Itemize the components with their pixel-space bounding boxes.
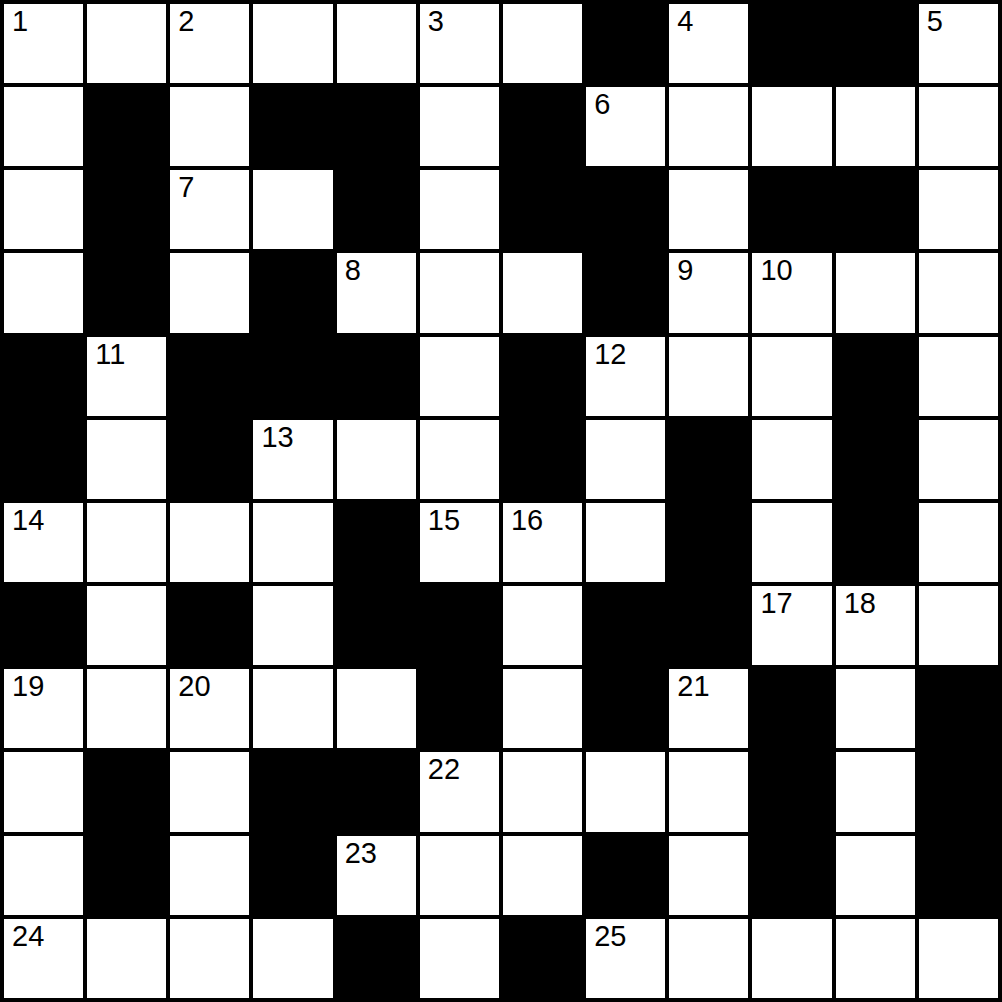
- cell-r0c11[interactable]: 5: [917, 2, 1000, 85]
- cell-r6c2[interactable]: [168, 501, 251, 584]
- cell-r10c2[interactable]: [168, 834, 251, 917]
- clue-number-23: 23: [345, 837, 377, 870]
- black-cell-r8c7: [584, 667, 667, 750]
- cell-r7c6[interactable]: [501, 584, 584, 667]
- cell-r3c9[interactable]: 10: [750, 251, 833, 334]
- cell-r2c2[interactable]: 7: [168, 168, 251, 251]
- cell-r3c4[interactable]: 8: [335, 251, 418, 334]
- black-cell-r8c11: [917, 667, 1000, 750]
- clue-number-24: 24: [12, 920, 44, 953]
- clue-number-18: 18: [844, 587, 876, 620]
- black-cell-r0c9: [750, 2, 833, 85]
- black-cell-r9c3: [251, 750, 334, 833]
- black-cell-r4c0: [2, 335, 85, 418]
- black-cell-r10c7: [584, 834, 667, 917]
- black-cell-r9c11: [917, 750, 1000, 833]
- cell-r1c0[interactable]: [2, 85, 85, 168]
- black-cell-r7c0: [2, 584, 85, 667]
- cell-r7c9[interactable]: 17: [750, 584, 833, 667]
- black-cell-r7c7: [584, 584, 667, 667]
- black-cell-r10c11: [917, 834, 1000, 917]
- cell-r1c7[interactable]: 6: [584, 85, 667, 168]
- black-cell-r9c4: [335, 750, 418, 833]
- cell-r6c3[interactable]: [251, 501, 334, 584]
- cell-r11c7[interactable]: 25: [584, 917, 667, 1000]
- cell-r2c8[interactable]: [667, 168, 750, 251]
- black-cell-r11c4: [335, 917, 418, 1000]
- cell-r4c9[interactable]: [750, 335, 833, 418]
- cell-r9c5[interactable]: 22: [418, 750, 501, 833]
- black-cell-r5c2: [168, 418, 251, 501]
- cell-r11c0[interactable]: 24: [2, 917, 85, 1000]
- cell-r3c11[interactable]: [917, 251, 1000, 334]
- cell-r9c8[interactable]: [667, 750, 750, 833]
- cell-r11c8[interactable]: [667, 917, 750, 1000]
- cell-r5c4[interactable]: [335, 418, 418, 501]
- cell-r8c1[interactable]: [85, 667, 168, 750]
- cell-r2c11[interactable]: [917, 168, 1000, 251]
- cell-r0c2[interactable]: 2: [168, 2, 251, 85]
- cell-r5c11[interactable]: [917, 418, 1000, 501]
- cell-r5c7[interactable]: [584, 418, 667, 501]
- black-cell-r4c4: [335, 335, 418, 418]
- cell-r5c3[interactable]: 13: [251, 418, 334, 501]
- black-cell-r0c10: [834, 2, 917, 85]
- cell-r11c2[interactable]: [168, 917, 251, 1000]
- clue-number-15: 15: [428, 504, 460, 537]
- cell-r8c2[interactable]: 20: [168, 667, 251, 750]
- black-cell-r5c6: [501, 418, 584, 501]
- cell-r8c0[interactable]: 19: [2, 667, 85, 750]
- cell-r11c9[interactable]: [750, 917, 833, 1000]
- black-cell-r2c9: [750, 168, 833, 251]
- cell-r0c1[interactable]: [85, 2, 168, 85]
- cell-r9c10[interactable]: [834, 750, 917, 833]
- crossword-grid: 1234567891011121314151617181920212223242…: [0, 0, 1002, 1002]
- cell-r2c3[interactable]: [251, 168, 334, 251]
- cell-r10c5[interactable]: [418, 834, 501, 917]
- cell-r1c11[interactable]: [917, 85, 1000, 168]
- black-cell-r3c1: [85, 251, 168, 334]
- black-cell-r9c9: [750, 750, 833, 833]
- black-cell-r3c7: [584, 251, 667, 334]
- cell-r0c0[interactable]: 1: [2, 2, 85, 85]
- black-cell-r10c9: [750, 834, 833, 917]
- cell-r1c9[interactable]: [750, 85, 833, 168]
- cell-r11c3[interactable]: [251, 917, 334, 1000]
- cell-r10c4[interactable]: 23: [335, 834, 418, 917]
- clue-number-16: 16: [511, 504, 543, 537]
- clue-number-13: 13: [261, 421, 293, 454]
- clue-number-20: 20: [178, 670, 210, 703]
- black-cell-r1c1: [85, 85, 168, 168]
- clue-number-6: 6: [594, 88, 610, 121]
- clue-number-5: 5: [927, 5, 943, 38]
- black-cell-r5c0: [2, 418, 85, 501]
- black-cell-r7c5: [418, 584, 501, 667]
- clue-number-11: 11: [95, 338, 125, 371]
- cell-r7c10[interactable]: 18: [834, 584, 917, 667]
- clue-number-14: 14: [12, 504, 44, 537]
- cell-r3c8[interactable]: 9: [667, 251, 750, 334]
- clue-number-3: 3: [428, 5, 444, 38]
- cell-r9c7[interactable]: [584, 750, 667, 833]
- clue-number-21: 21: [677, 670, 709, 703]
- black-cell-r6c8: [667, 501, 750, 584]
- black-cell-r10c1: [85, 834, 168, 917]
- black-cell-r7c4: [335, 584, 418, 667]
- cell-r3c10[interactable]: [834, 251, 917, 334]
- cell-r8c4[interactable]: [335, 667, 418, 750]
- cell-r2c5[interactable]: [418, 168, 501, 251]
- black-cell-r1c6: [501, 85, 584, 168]
- clue-number-19: 19: [12, 670, 44, 703]
- cell-r0c3[interactable]: [251, 2, 334, 85]
- cell-r7c1[interactable]: [85, 584, 168, 667]
- cell-r6c0[interactable]: 14: [2, 501, 85, 584]
- black-cell-r0c7: [584, 2, 667, 85]
- black-cell-r7c8: [667, 584, 750, 667]
- cell-r4c8[interactable]: [667, 335, 750, 418]
- black-cell-r4c10: [834, 335, 917, 418]
- cell-r4c7[interactable]: 12: [584, 335, 667, 418]
- cell-r3c2[interactable]: [168, 251, 251, 334]
- cell-r6c6[interactable]: 16: [501, 501, 584, 584]
- black-cell-r11c6: [501, 917, 584, 1000]
- clue-number-17: 17: [760, 587, 792, 620]
- cell-r4c1[interactable]: 11: [85, 335, 168, 418]
- cell-r6c1[interactable]: [85, 501, 168, 584]
- cell-r4c11[interactable]: [917, 335, 1000, 418]
- black-cell-r4c3: [251, 335, 334, 418]
- black-cell-r6c10: [834, 501, 917, 584]
- clue-number-4: 4: [677, 5, 693, 38]
- cell-r9c0[interactable]: [2, 750, 85, 833]
- black-cell-r10c3: [251, 834, 334, 917]
- cell-r3c6[interactable]: [501, 251, 584, 334]
- cell-r8c3[interactable]: [251, 667, 334, 750]
- black-cell-r1c3: [251, 85, 334, 168]
- cell-r0c6[interactable]: [501, 2, 584, 85]
- black-cell-r7c2: [168, 584, 251, 667]
- cell-r10c10[interactable]: [834, 834, 917, 917]
- black-cell-r1c4: [335, 85, 418, 168]
- cell-r1c8[interactable]: [667, 85, 750, 168]
- cell-r0c4[interactable]: [335, 2, 418, 85]
- cell-r10c8[interactable]: [667, 834, 750, 917]
- clue-number-12: 12: [594, 338, 626, 371]
- cell-r5c1[interactable]: [85, 418, 168, 501]
- clue-number-1: 1: [12, 5, 28, 38]
- black-cell-r3c3: [251, 251, 334, 334]
- cell-r0c8[interactable]: 4: [667, 2, 750, 85]
- black-cell-r4c6: [501, 335, 584, 418]
- cell-r3c5[interactable]: [418, 251, 501, 334]
- cell-r3c0[interactable]: [2, 251, 85, 334]
- black-cell-r5c8: [667, 418, 750, 501]
- cell-r9c2[interactable]: [168, 750, 251, 833]
- clue-number-25: 25: [594, 920, 626, 953]
- black-cell-r6c4: [335, 501, 418, 584]
- cell-r6c11[interactable]: [917, 501, 1000, 584]
- cell-r1c10[interactable]: [834, 85, 917, 168]
- cell-r8c6[interactable]: [501, 667, 584, 750]
- cell-r6c5[interactable]: 15: [418, 501, 501, 584]
- cell-r1c2[interactable]: [168, 85, 251, 168]
- cell-r7c11[interactable]: [917, 584, 1000, 667]
- cell-r4c5[interactable]: [418, 335, 501, 418]
- cell-r11c1[interactable]: [85, 917, 168, 1000]
- cell-r11c10[interactable]: [834, 917, 917, 1000]
- clue-number-10: 10: [760, 254, 792, 287]
- cell-r8c10[interactable]: [834, 667, 917, 750]
- black-cell-r2c6: [501, 168, 584, 251]
- clue-number-9: 9: [677, 254, 693, 287]
- cell-r9c6[interactable]: [501, 750, 584, 833]
- clue-number-7: 7: [178, 171, 194, 204]
- cell-r6c9[interactable]: [750, 501, 833, 584]
- cell-r2c0[interactable]: [2, 168, 85, 251]
- black-cell-r2c7: [584, 168, 667, 251]
- cell-r6c7[interactable]: [584, 501, 667, 584]
- cell-r8c8[interactable]: 21: [667, 667, 750, 750]
- clue-number-22: 22: [428, 753, 460, 786]
- black-cell-r8c9: [750, 667, 833, 750]
- cell-r10c6[interactable]: [501, 834, 584, 917]
- black-cell-r2c1: [85, 168, 168, 251]
- cell-r11c11[interactable]: [917, 917, 1000, 1000]
- cell-r0c5[interactable]: 3: [418, 2, 501, 85]
- cell-r7c3[interactable]: [251, 584, 334, 667]
- black-cell-r4c2: [168, 335, 251, 418]
- black-cell-r2c4: [335, 168, 418, 251]
- clue-number-8: 8: [345, 254, 361, 287]
- black-cell-r2c10: [834, 168, 917, 251]
- cell-r5c5[interactable]: [418, 418, 501, 501]
- black-cell-r5c10: [834, 418, 917, 501]
- black-cell-r9c1: [85, 750, 168, 833]
- cell-r1c5[interactable]: [418, 85, 501, 168]
- cell-r5c9[interactable]: [750, 418, 833, 501]
- black-cell-r8c5: [418, 667, 501, 750]
- clue-number-2: 2: [178, 5, 194, 38]
- cell-r11c5[interactable]: [418, 917, 501, 1000]
- cell-r10c0[interactable]: [2, 834, 85, 917]
